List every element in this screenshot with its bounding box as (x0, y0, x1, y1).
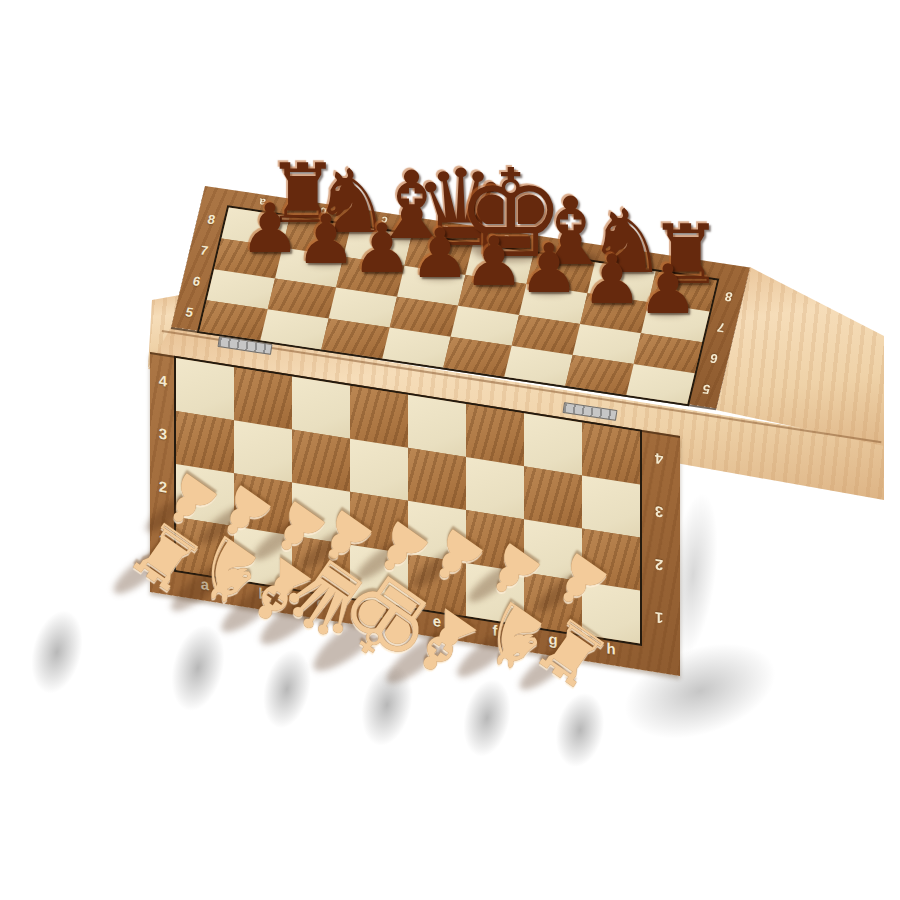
rank-label-right-2: 2 (650, 556, 668, 574)
rank-label-right-4: 4 (650, 450, 668, 468)
square-b4 (234, 367, 292, 429)
piece-dark-pawn-h7: ♟ (637, 256, 698, 324)
square-e4 (408, 395, 466, 457)
square-g3 (524, 466, 582, 528)
chess-set-photo: 88776655abcdefgh 44332211abcdefgh ♜♞♝♛♚♝… (0, 0, 900, 900)
square-h3 (582, 475, 640, 537)
square-h4 (582, 422, 640, 484)
square-d4 (350, 386, 408, 448)
rank-label-right-7: 7 (711, 320, 732, 335)
rank-label-right-1: 1 (650, 609, 668, 627)
square-a4 (176, 358, 234, 420)
rank-label-left-7: 7 (194, 243, 215, 258)
rank-label-right-6: 6 (703, 351, 724, 366)
square-c3 (292, 429, 350, 491)
square-d3 (350, 439, 408, 501)
rank-label-right-3: 3 (650, 503, 668, 521)
ground-shadow (14, 592, 100, 712)
rank-label-right-5: 5 (696, 382, 717, 397)
square-g4 (524, 413, 582, 475)
piece-dark-pawn-d7: ♟ (409, 220, 470, 288)
piece-dark-pawn-e7: ♟ (463, 228, 524, 296)
rank-label-left-8: 8 (201, 212, 222, 227)
rank-label-left-6: 6 (186, 274, 207, 289)
rank-label-left-4: 4 (154, 372, 172, 390)
rank-label-left-5: 5 (179, 305, 200, 320)
square-f4 (466, 404, 524, 466)
piece-dark-pawn-a7: ♟ (239, 195, 300, 263)
piece-dark-pawn-b7: ♟ (295, 206, 356, 274)
square-c4 (292, 376, 350, 438)
rank-label-left-3: 3 (154, 425, 172, 443)
square-f3 (466, 457, 524, 519)
piece-dark-pawn-g7: ♟ (581, 246, 642, 314)
square-e3 (408, 448, 466, 510)
piece-dark-pawn-c7: ♟ (351, 215, 412, 283)
piece-dark-pawn-f7: ♟ (518, 235, 579, 303)
